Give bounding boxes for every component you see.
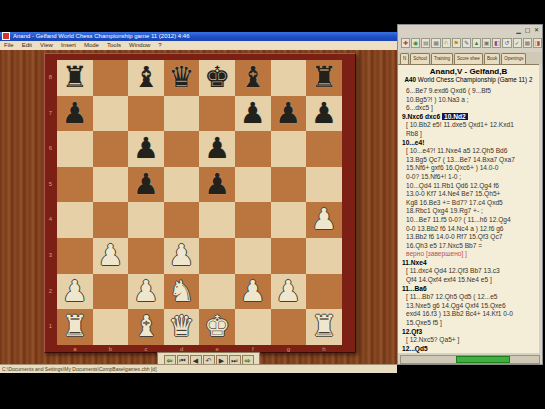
toolbar-icon-9[interactable]: ◧ [492,38,501,48]
toolbar-icon-1[interactable]: ◉ [411,38,420,48]
white-pawn-b3[interactable]: ♟ [93,238,129,274]
square-h4[interactable]: ♟ [306,202,342,238]
square-a8[interactable]: ♜ [57,60,93,96]
white-pawn-f2[interactable]: ♟ [235,274,271,310]
menu-item-tools[interactable]: Tools [107,42,121,48]
white-pawn-h4[interactable]: ♟ [306,202,342,238]
square-a3[interactable] [57,238,93,274]
square-d5[interactable] [164,167,200,203]
video-frame: Anand - Gelfand World Chess Championship… [0,0,545,409]
square-g8[interactable] [271,60,307,96]
notation-line-22[interactable]: Qf4 14.Qxf4 exf4 15.Ne4 e5 ] [398,276,539,285]
square-f5[interactable] [235,167,271,203]
variation-text[interactable]: 6...dxc5 ] [406,104,433,111]
toolbar-icon-3[interactable]: ▦ [431,38,440,48]
square-d4[interactable] [164,202,200,238]
white-rook-a1[interactable]: ♜ [57,309,93,345]
square-g4[interactable] [271,202,307,238]
notation-line-16[interactable]: 0-0 13.Bb2 f6 14.Nc4 a ) 12.f6 g6 [398,225,539,234]
toolbar-icon-13[interactable]: ◨ [533,38,542,48]
white-pawn-c2[interactable]: ♟ [128,274,164,310]
rank-label-7: 7 [46,96,55,132]
rank-label-1: 1 [46,309,55,345]
file-label-b: b [93,346,129,352]
variation-text[interactable]: 13.Bg5 Qc7 ( 13...Be7 14.Bxa7 Qxa7 [406,156,515,163]
menu-item-q[interactable]: ? [158,42,161,48]
variation-text[interactable]: exd4 16.f3 ) 13.Bb2 Bc4+ 14.Kf1 0-0 [406,310,513,317]
variation-text[interactable]: [ 12.Nxc5? Qa5+ ] [406,336,459,343]
notation-scrollbar[interactable] [400,355,540,364]
white-king-e1[interactable]: ♚ [199,309,235,345]
toolbar-icon-11[interactable]: ✓ [513,38,522,48]
toolbar-icon-10[interactable]: ↺ [502,38,511,48]
variation-text[interactable]: 13.Nxe5 g6 14.Qg4 Qxf4 15.Qxe6 [406,302,506,309]
notation-line-3[interactable]: 9.Nxc6 dxc6 10.Nd2 [398,113,539,122]
game-players-header: Anand,V - Gelfand,B [398,67,539,76]
square-f8[interactable]: ♝ [235,60,271,96]
notation-line-6[interactable]: 10...e4! [398,139,539,148]
menu-item-edit[interactable]: Edit [22,42,32,48]
tab-training[interactable]: Training [431,53,453,64]
toolbar-icon-6[interactable]: ✎ [462,38,471,48]
square-b8[interactable] [93,60,129,96]
toolbar-icon-5[interactable]: ⚑ [452,38,461,48]
notation-panel-window: ▁ ▢ ✕ ✚◉▤▦♘⚑✎▲▣◧↺✓▦◨ NSchoolTrainingScor… [397,24,543,365]
square-f1[interactable] [235,309,271,345]
notation-line-8[interactable]: 13.Bg5 Qc7 ( 13...Be7 14.Bxa7 Qxa7 [398,156,539,165]
square-h8[interactable]: ♜ [306,60,342,96]
rank-label-5: 5 [46,167,55,203]
square-h7[interactable]: ♟ [306,96,342,132]
window-controls[interactable]: ▁ ▢ ✕ [516,26,540,33]
square-e4[interactable] [199,202,235,238]
square-f7[interactable]: ♟ [235,96,271,132]
white-knight-d2[interactable]: ♞ [164,274,200,310]
notation-line-4[interactable]: [ 10.Bb2 e5! 11.dxe5 Qxd1+ 12.Kxd1 [398,121,539,130]
square-d6[interactable] [164,131,200,167]
square-d8[interactable]: ♛ [164,60,200,96]
black-pawn-a7[interactable]: ♟ [57,96,93,132]
square-a6[interactable] [57,131,93,167]
notation-line-30[interactable]: 12...Qd5 [398,345,539,353]
toolbar-icon-7[interactable]: ▲ [472,38,481,48]
rank-label-3: 3 [46,238,55,274]
notation-pane[interactable]: Anand,V - Gelfand,B A40 World Chess Cham… [398,64,539,353]
square-a2[interactable]: ♟ [57,274,93,310]
eco-code: A40 [405,76,417,83]
square-g5[interactable] [271,167,307,203]
notation-line-14[interactable]: 18.Rbc1 Qxg4 19.Rg7 +- ; [398,207,539,216]
black-rook-a8[interactable]: ♜ [57,60,93,96]
mainline-move[interactable]: 12.Qf3 [402,328,422,335]
square-g7[interactable]: ♟ [271,96,307,132]
letterbox-bottom [0,372,545,409]
black-pawn-g7[interactable]: ♟ [271,96,307,132]
square-f6[interactable] [235,131,271,167]
square-e3[interactable] [199,238,235,274]
notation-line-15[interactable]: 10...Be7 11.f5 0-0? ( 11...h6 12.Qg4 [398,216,539,225]
white-rook-h1[interactable]: ♜ [306,309,342,345]
square-e5[interactable]: ♟ [199,167,235,203]
black-rook-h8[interactable]: ♜ [306,60,342,96]
toolbar-icon-4[interactable]: ♘ [442,38,451,48]
square-g3[interactable] [271,238,307,274]
status-bar: C:\Documents and Settings\My Documents\C… [0,364,397,373]
event-name: World Chess Championship (Game 11) 2 [416,76,532,83]
notation-line-29[interactable]: [ 12.Nxc5? Qa5+ ] [398,336,539,345]
notation-line-24[interactable]: [ 11...Bb7 12.Qh5 Qd5 ( 12...e5 [398,293,539,302]
square-b4[interactable] [93,202,129,238]
file-label-h: h [306,346,342,352]
variation-text[interactable]: [ 10.Bb2 e5! 11.dxe5 Qxd1+ 12.Kxd1 [406,121,514,128]
square-c2[interactable]: ♟ [128,274,164,310]
notation-line-12[interactable]: 13.0-0 Kf7 14.Ne4 Be7 15.Qh5+ [398,190,539,199]
notation-line-25[interactable]: 13.Nxe5 g6 14.Qg4 Qxf4 15.Qxe6 [398,302,539,311]
square-d2[interactable]: ♞ [164,274,200,310]
square-c6[interactable]: ♟ [128,131,164,167]
menu-item-view[interactable]: View [40,42,53,48]
tab-openings[interactable]: Openings [501,53,526,64]
square-c3[interactable] [128,238,164,274]
rank-label-6: 6 [46,131,55,167]
square-b2[interactable] [93,274,129,310]
variation-text[interactable]: Kg8 16.Be3 += Bd7? 17.c4 Qxd5 [406,199,503,206]
square-a1[interactable]: ♜ [57,309,93,345]
notation-line-1[interactable]: 10.Bg5?! ) 10.Na3 a ; [398,96,539,105]
rank-label-4: 4 [46,202,55,238]
square-a4[interactable] [57,202,93,238]
menu-item-file[interactable]: File [4,42,14,48]
tab-school[interactable]: School [410,53,430,64]
toolbar-icon-0[interactable]: ✚ [401,38,410,48]
variation-text[interactable]: 15.Nf6+ gxf6 16.Qxc6+ ) 14.0-0 [406,164,498,171]
square-g2[interactable]: ♟ [271,274,307,310]
variation-text[interactable]: Qf4 14.Qxf4 exf4 15.Ne4 e5 ] [406,276,492,283]
variation-text[interactable]: 6...Be7 9.exd6 Qxd6 ( 9...Bf5 [406,87,491,94]
notation-line-18[interactable]: 16.Qh3 e5 17.Nxc5 Bb7 = [398,242,539,251]
square-b3[interactable]: ♟ [93,238,129,274]
variation-text[interactable]: Rb8 ] [406,130,422,137]
menu-item-insert[interactable]: Insert [61,42,76,48]
toolbar-icon-8[interactable]: ▣ [482,38,491,48]
black-bishop-f8[interactable]: ♝ [235,60,271,96]
square-e6[interactable]: ♟ [199,131,235,167]
notation-line-0[interactable]: 6...Be7 9.exd6 Qxd6 ( 9...Bf5 [398,87,539,96]
square-e7[interactable] [199,96,235,132]
variation-text[interactable]: 0-0? 15.Nf6+! 1-0 ; [406,173,461,180]
black-pawn-f7[interactable]: ♟ [235,96,271,132]
notation-line-2[interactable]: 6...dxc5 ] [398,104,539,113]
square-e1[interactable]: ♚ [199,309,235,345]
square-e8[interactable]: ♚ [199,60,235,96]
variation-text[interactable]: [ 11.dxc4 Qd4 12.Qf3 Bb7 13.c3 [406,267,500,274]
square-c5[interactable]: ♟ [128,167,164,203]
rank-label-2: 2 [46,274,55,310]
file-label-g: g [271,346,307,352]
square-c1[interactable]: ♝ [128,309,164,345]
square-h3[interactable] [306,238,342,274]
notation-line-23[interactable]: 11...Ba6 [398,285,539,294]
white-pawn-a2[interactable]: ♟ [57,274,93,310]
red-annotation[interactable]: верно [завершено] ] [406,250,467,257]
square-b6[interactable] [93,131,129,167]
mainline-move[interactable]: 11...Ba6 [402,285,427,292]
mainline-move[interactable]: 11.Nxe4 [402,259,427,266]
notation-line-20[interactable]: 11.Nxe4 [398,259,539,268]
notation-line-27[interactable]: 15.Qxe5 f5 ] [398,319,539,328]
menu-item-window[interactable]: Window [129,42,150,48]
variation-text[interactable]: 13.0-0 Kf7 14.Ne4 Be7 15.Qh5+ [406,190,500,197]
app-icon [2,32,10,40]
tab-book[interactable]: Book [484,53,500,64]
black-pawn-e5[interactable]: ♟ [199,167,235,203]
chess-board[interactable]: ♜♝♛♚♝♜♟♟♟♟♟♟♟♟♟♟♟♟♟♞♟♟♜♝♛♚♜ [57,60,342,345]
square-f4[interactable] [235,202,271,238]
variation-text[interactable]: [ 10...e4?! 11.Nxe4 a5 12.Qh5 Bd6 [406,147,507,154]
variation-text[interactable]: [ 11...Bb7 12.Qh5 Qd5 ( 12...e5 [406,293,498,300]
square-h2[interactable] [306,274,342,310]
notation-line-11[interactable]: 10...Qd4 11.Rb1 Qd6 12.Qg4 f6 [398,182,539,191]
square-d3[interactable]: ♟ [164,238,200,274]
white-pawn-d3[interactable]: ♟ [164,238,200,274]
notation-line-13[interactable]: Kg8 16.Be3 += Bd7? 17.c4 Qxd5 [398,199,539,208]
window-titlebar: Anand - Gelfand World Chess Championship… [0,32,397,41]
black-pawn-c6[interactable]: ♟ [128,131,164,167]
scrollbar-thumb[interactable] [456,356,510,363]
square-d7[interactable] [164,96,200,132]
square-a5[interactable] [57,167,93,203]
current-move-highlight[interactable]: 10.Nd2 [442,113,468,120]
square-h5[interactable] [306,167,342,203]
square-b7[interactable] [93,96,129,132]
variation-text[interactable]: 10.Bg5?! ) 10.Na3 a ; [406,96,469,103]
black-pawn-h7[interactable]: ♟ [306,96,342,132]
square-d1[interactable]: ♛ [164,309,200,345]
variation-text[interactable]: 13.Bb2 f6 14.0-0 Rf7 15.Qf3 Qc7 [406,233,502,240]
variation-text[interactable]: 0-0 13.Bb2 f6 14.Nc4 a ) 12.f6 g6 [406,225,504,232]
window-title: Anand - Gelfand World Chess Championship… [13,33,190,39]
variation-text[interactable]: 15.Qxe5 f5 ] [406,319,442,326]
toolbar-icon-2[interactable]: ▤ [421,38,430,48]
square-h6[interactable] [306,131,342,167]
mainline-move[interactable]: 9.Nxc6 dxc6 [402,113,442,120]
square-e2[interactable] [199,274,235,310]
notation-line-26[interactable]: exd4 16.f3 ) 13.Bb2 Bc4+ 14.Kf1 0-0 [398,310,539,319]
notation-line-28[interactable]: 12.Qf3 [398,328,539,337]
white-pawn-g2[interactable]: ♟ [271,274,307,310]
white-bishop-c1[interactable]: ♝ [128,309,164,345]
tab-n[interactable]: N [400,53,409,64]
square-c4[interactable] [128,202,164,238]
white-queen-d1[interactable]: ♛ [164,309,200,345]
toolbar-icon-12[interactable]: ▦ [523,38,532,48]
tab-score-shee[interactable]: Score shee [454,53,483,64]
black-pawn-e6[interactable]: ♟ [199,131,235,167]
rank-label-8: 8 [46,60,55,96]
notation-line-17[interactable]: 13.Bb2 f6 14.0-0 Rf7 15.Qf3 Qc7 [398,233,539,242]
square-f3[interactable] [235,238,271,274]
notation-line-5[interactable]: Rb8 ] [398,130,539,139]
variation-text[interactable]: 10...Qd4 11.Rb1 Qd6 12.Qg4 f6 [406,182,499,189]
variation-text[interactable]: 18.Rbc1 Qxg4 19.Rg7 +- ; [406,207,483,214]
black-king-e8[interactable]: ♚ [199,60,235,96]
black-queen-d8[interactable]: ♛ [164,60,200,96]
square-h1[interactable]: ♜ [306,309,342,345]
square-b5[interactable] [93,167,129,203]
variation-text[interactable]: 16.Qh3 e5 17.Nxc5 Bb7 = [406,242,482,249]
panel-toolbar: ✚◉▤▦♘⚑✎▲▣◧↺✓▦◨ [398,34,542,52]
square-a7[interactable]: ♟ [57,96,93,132]
variation-text[interactable]: 10...Be7 11.f5 0-0? ( 11...h6 12.Qg4 [406,216,511,223]
notation-line-9[interactable]: 15.Nf6+ gxf6 16.Qxc6+ ) 14.0-0 [398,164,539,173]
file-label-a: a [57,346,93,352]
notation-line-19[interactable]: верно [завершено] ] [398,250,539,259]
square-c7[interactable] [128,96,164,132]
mainline-move[interactable]: 10...e4! [402,139,424,146]
square-b1[interactable] [93,309,129,345]
panel-tabs: NSchoolTrainingScore sheeBookOpenings [398,52,542,64]
square-g1[interactable] [271,309,307,345]
notation-line-10[interactable]: 0-0? 15.Nf6+! 1-0 ; [398,173,539,182]
square-f2[interactable]: ♟ [235,274,271,310]
square-g6[interactable] [271,131,307,167]
black-bishop-c8[interactable]: ♝ [128,60,164,96]
menu-item-mode[interactable]: Mode [84,42,99,48]
black-pawn-c5[interactable]: ♟ [128,167,164,203]
status-text: C:\Documents and Settings\My Documents\C… [2,366,157,372]
game-event-header: A40 World Chess Championship (Game 11) 2 [398,76,539,83]
notation-line-7[interactable]: [ 10...e4?! 11.Nxe4 a5 12.Qh5 Bd6 [398,147,539,156]
notation-lines: 6...Be7 9.exd6 Qxd6 ( 9...Bf510.Bg5?! ) … [398,87,539,353]
notation-line-21[interactable]: [ 11.dxc4 Qd4 12.Qf3 Bb7 13.c3 [398,267,539,276]
square-c8[interactable]: ♝ [128,60,164,96]
mainline-move[interactable]: 12...Qd5 [402,345,428,352]
